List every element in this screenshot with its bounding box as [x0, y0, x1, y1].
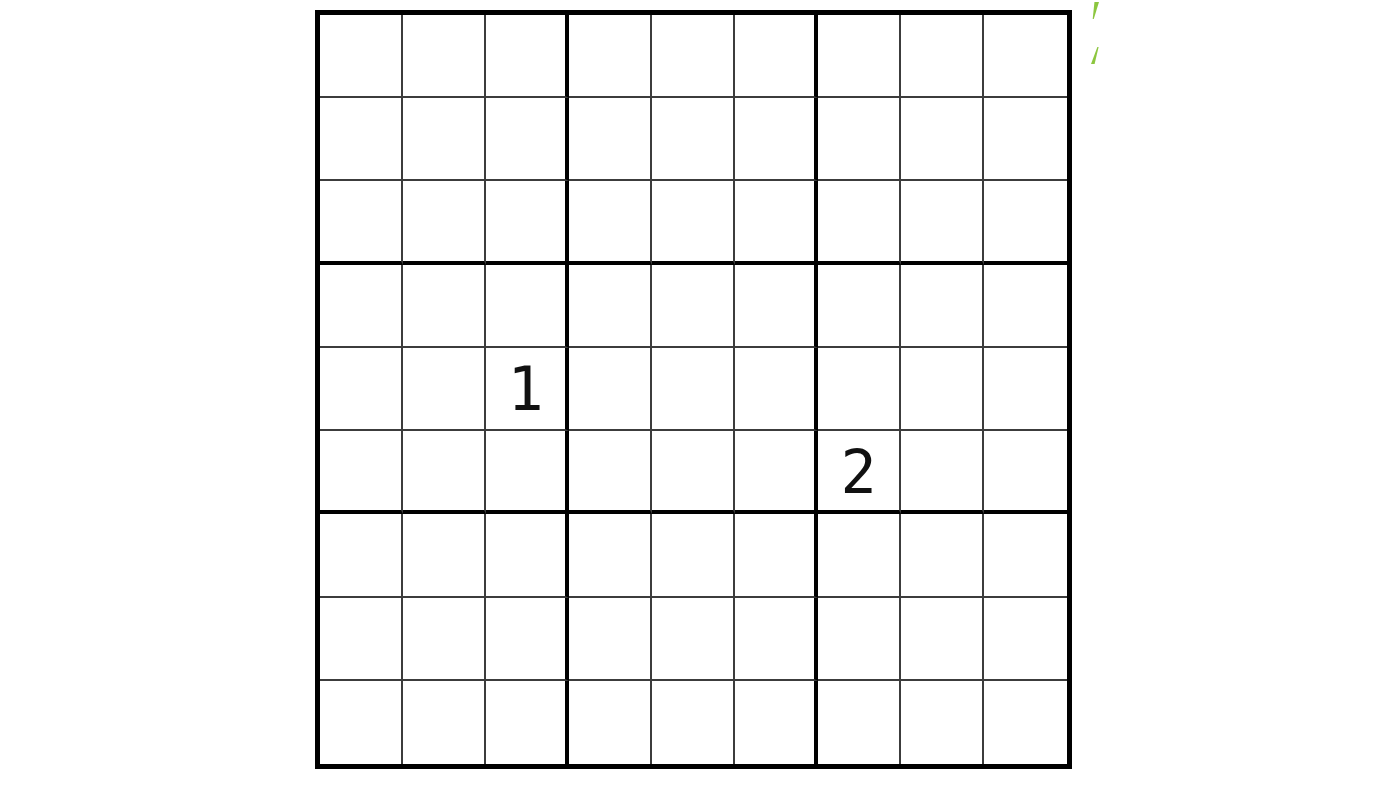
cell-r3c2[interactable] [403, 181, 486, 264]
cell-r5c4[interactable] [569, 348, 652, 431]
cell-r7c5[interactable] [652, 514, 735, 597]
cell-r5c1[interactable] [320, 348, 403, 431]
cell-r4c2[interactable] [403, 265, 486, 348]
cell-r9c9[interactable] [984, 681, 1067, 764]
cell-r8c9[interactable] [984, 598, 1067, 681]
cell-r4c4[interactable] [569, 265, 652, 348]
cell-r5c5[interactable] [652, 348, 735, 431]
cell-r2c9[interactable] [984, 98, 1067, 181]
cell-r1c5[interactable] [652, 15, 735, 98]
cell-r4c7[interactable] [818, 265, 901, 348]
cell-r9c8[interactable] [901, 681, 984, 764]
cell-r2c3[interactable] [486, 98, 569, 181]
cell-r5c3[interactable]: 1 [486, 348, 569, 431]
cell-r2c7[interactable] [818, 98, 901, 181]
cell-r6c7[interactable]: 2 [818, 431, 901, 514]
cell-r3c4[interactable] [569, 181, 652, 264]
cell-r2c6[interactable] [735, 98, 818, 181]
cell-r9c3[interactable] [486, 681, 569, 764]
cell-r7c9[interactable] [984, 514, 1067, 597]
cell-r3c9[interactable] [984, 181, 1067, 264]
cell-r1c9[interactable] [984, 15, 1067, 98]
cell-r3c8[interactable] [901, 181, 984, 264]
cell-r6c6[interactable] [735, 431, 818, 514]
cell-r1c1[interactable] [320, 15, 403, 98]
cell-r2c8[interactable] [901, 98, 984, 181]
cell-r3c1[interactable] [320, 181, 403, 264]
cell-r7c6[interactable] [735, 514, 818, 597]
cell-r4c6[interactable] [735, 265, 818, 348]
cell-r4c3[interactable] [486, 265, 569, 348]
cell-r5c8[interactable] [901, 348, 984, 431]
cell-r1c2[interactable] [403, 15, 486, 98]
cell-r4c1[interactable] [320, 265, 403, 348]
sudoku-board: 12 [315, 10, 1072, 769]
cell-r8c4[interactable] [569, 598, 652, 681]
cell-r9c4[interactable] [569, 681, 652, 764]
cell-r5c6[interactable] [735, 348, 818, 431]
cell-r8c1[interactable] [320, 598, 403, 681]
cell-r4c5[interactable] [652, 265, 735, 348]
cell-r1c4[interactable] [569, 15, 652, 98]
cell-r2c2[interactable] [403, 98, 486, 181]
cell-r6c2[interactable] [403, 431, 486, 514]
green-artifact-bottom [1091, 47, 1099, 64]
cell-r3c3[interactable] [486, 181, 569, 264]
cell-r6c5[interactable] [652, 431, 735, 514]
cell-r5c7[interactable] [818, 348, 901, 431]
cell-r6c3[interactable] [486, 431, 569, 514]
cell-r8c6[interactable] [735, 598, 818, 681]
cell-r7c7[interactable] [818, 514, 901, 597]
cell-r1c8[interactable] [901, 15, 984, 98]
cell-r1c7[interactable] [818, 15, 901, 98]
cell-r7c8[interactable] [901, 514, 984, 597]
cell-r3c7[interactable] [818, 181, 901, 264]
cell-r8c5[interactable] [652, 598, 735, 681]
cell-r3c5[interactable] [652, 181, 735, 264]
cell-r6c1[interactable] [320, 431, 403, 514]
cell-r6c4[interactable] [569, 431, 652, 514]
cell-r7c3[interactable] [486, 514, 569, 597]
cell-r1c3[interactable] [486, 15, 569, 98]
cell-r9c2[interactable] [403, 681, 486, 764]
cell-r7c2[interactable] [403, 514, 486, 597]
cell-r1c6[interactable] [735, 15, 818, 98]
cell-r8c2[interactable] [403, 598, 486, 681]
cell-r8c8[interactable] [901, 598, 984, 681]
cell-r5c2[interactable] [403, 348, 486, 431]
cell-r2c5[interactable] [652, 98, 735, 181]
cell-r6c9[interactable] [984, 431, 1067, 514]
cell-r6c8[interactable] [901, 431, 984, 514]
given-digit: 2 [840, 442, 876, 502]
cell-r4c8[interactable] [901, 265, 984, 348]
cell-r7c4[interactable] [569, 514, 652, 597]
cell-r8c3[interactable] [486, 598, 569, 681]
cell-r9c5[interactable] [652, 681, 735, 764]
cell-r2c1[interactable] [320, 98, 403, 181]
cell-r9c7[interactable] [818, 681, 901, 764]
cell-r4c9[interactable] [984, 265, 1067, 348]
green-artifact-top [1092, 2, 1099, 19]
cell-r5c9[interactable] [984, 348, 1067, 431]
cell-r2c4[interactable] [569, 98, 652, 181]
cell-r8c7[interactable] [818, 598, 901, 681]
cell-r9c6[interactable] [735, 681, 818, 764]
given-digit: 1 [507, 359, 543, 419]
cell-r3c6[interactable] [735, 181, 818, 264]
cell-r7c1[interactable] [320, 514, 403, 597]
cell-r9c1[interactable] [320, 681, 403, 764]
page-background: 12 [0, 0, 1400, 788]
